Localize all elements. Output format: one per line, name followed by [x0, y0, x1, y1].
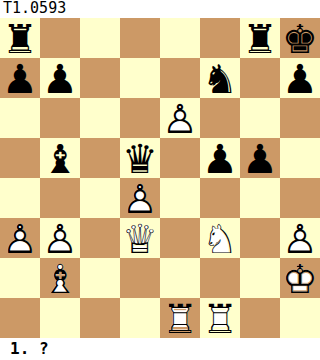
square-d7[interactable] — [120, 58, 160, 98]
white-pawn: ♙ — [280, 218, 320, 258]
white-pawn: ♙ — [40, 218, 80, 258]
square-e6[interactable]: ♟♙ — [160, 98, 200, 138]
square-d5[interactable]: ♛ — [120, 138, 160, 178]
square-f5[interactable]: ♟ — [200, 138, 240, 178]
move-prompt: 1. ? — [0, 338, 320, 360]
black-pawn: ♟ — [40, 58, 80, 98]
square-h2[interactable]: ♚♔ — [280, 258, 320, 298]
square-d2[interactable] — [120, 258, 160, 298]
black-pawn: ♟ — [200, 138, 240, 178]
square-b5[interactable]: ♝ — [40, 138, 80, 178]
black-bishop: ♝ — [40, 138, 80, 178]
square-b4[interactable] — [40, 178, 80, 218]
black-rook: ♜ — [240, 18, 280, 58]
chess-board: ♜♜♚♟♟♞♟♟♙♝♛♟♟♟♙♟♙♟♙♛♕♞♘♟♙♝♗♚♔♜♖♜♖ — [0, 18, 320, 338]
white-king-fill: ♚ — [280, 258, 320, 298]
square-f3[interactable]: ♞♘ — [200, 218, 240, 258]
square-d3[interactable]: ♛♕ — [120, 218, 160, 258]
white-knight: ♘ — [200, 218, 240, 258]
white-pawn-fill: ♟ — [280, 218, 320, 258]
square-c6[interactable] — [80, 98, 120, 138]
white-rook: ♖ — [160, 298, 200, 338]
square-g1[interactable] — [240, 298, 280, 338]
square-e7[interactable] — [160, 58, 200, 98]
square-c3[interactable] — [80, 218, 120, 258]
square-a8[interactable]: ♜ — [0, 18, 40, 58]
square-a5[interactable] — [0, 138, 40, 178]
white-queen: ♕ — [120, 218, 160, 258]
square-g5[interactable]: ♟ — [240, 138, 280, 178]
square-f6[interactable] — [200, 98, 240, 138]
puzzle-id-title: T1.0593 — [0, 0, 320, 18]
square-g4[interactable] — [240, 178, 280, 218]
square-f1[interactable]: ♜♖ — [200, 298, 240, 338]
white-bishop-fill: ♝ — [40, 258, 80, 298]
white-pawn-fill: ♟ — [40, 218, 80, 258]
black-knight: ♞ — [200, 58, 240, 98]
white-rook: ♖ — [200, 298, 240, 338]
square-a3[interactable]: ♟♙ — [0, 218, 40, 258]
black-pawn: ♟ — [280, 58, 320, 98]
square-e3[interactable] — [160, 218, 200, 258]
square-a2[interactable] — [0, 258, 40, 298]
square-e4[interactable] — [160, 178, 200, 218]
square-g2[interactable] — [240, 258, 280, 298]
square-h6[interactable] — [280, 98, 320, 138]
square-a6[interactable] — [0, 98, 40, 138]
white-king: ♔ — [280, 258, 320, 298]
black-queen: ♛ — [120, 138, 160, 178]
square-c5[interactable] — [80, 138, 120, 178]
square-h8[interactable]: ♚ — [280, 18, 320, 58]
square-f8[interactable] — [200, 18, 240, 58]
square-e1[interactable]: ♜♖ — [160, 298, 200, 338]
square-g7[interactable] — [240, 58, 280, 98]
square-e8[interactable] — [160, 18, 200, 58]
white-queen-fill: ♛ — [120, 218, 160, 258]
white-pawn-fill: ♟ — [160, 98, 200, 138]
white-pawn-fill: ♟ — [120, 178, 160, 218]
square-b7[interactable]: ♟ — [40, 58, 80, 98]
square-h4[interactable] — [280, 178, 320, 218]
square-a4[interactable] — [0, 178, 40, 218]
square-f4[interactable] — [200, 178, 240, 218]
square-c8[interactable] — [80, 18, 120, 58]
square-d4[interactable]: ♟♙ — [120, 178, 160, 218]
white-pawn: ♙ — [0, 218, 40, 258]
square-a7[interactable]: ♟ — [0, 58, 40, 98]
square-f2[interactable] — [200, 258, 240, 298]
square-b3[interactable]: ♟♙ — [40, 218, 80, 258]
black-king: ♚ — [280, 18, 320, 58]
square-b2[interactable]: ♝♗ — [40, 258, 80, 298]
square-c7[interactable] — [80, 58, 120, 98]
square-d1[interactable] — [120, 298, 160, 338]
white-rook-fill: ♜ — [200, 298, 240, 338]
white-pawn: ♙ — [120, 178, 160, 218]
square-f7[interactable]: ♞ — [200, 58, 240, 98]
square-e2[interactable] — [160, 258, 200, 298]
square-d8[interactable] — [120, 18, 160, 58]
square-c1[interactable] — [80, 298, 120, 338]
white-knight-fill: ♞ — [200, 218, 240, 258]
white-rook-fill: ♜ — [160, 298, 200, 338]
square-h3[interactable]: ♟♙ — [280, 218, 320, 258]
square-h7[interactable]: ♟ — [280, 58, 320, 98]
black-pawn: ♟ — [240, 138, 280, 178]
square-b6[interactable] — [40, 98, 80, 138]
square-g8[interactable]: ♜ — [240, 18, 280, 58]
square-h5[interactable] — [280, 138, 320, 178]
square-e5[interactable] — [160, 138, 200, 178]
black-pawn: ♟ — [0, 58, 40, 98]
square-d6[interactable] — [120, 98, 160, 138]
black-rook: ♜ — [0, 18, 40, 58]
square-a1[interactable] — [0, 298, 40, 338]
square-h1[interactable] — [280, 298, 320, 338]
square-c4[interactable] — [80, 178, 120, 218]
square-g6[interactable] — [240, 98, 280, 138]
square-g3[interactable] — [240, 218, 280, 258]
white-bishop: ♗ — [40, 258, 80, 298]
square-c2[interactable] — [80, 258, 120, 298]
white-pawn-fill: ♟ — [0, 218, 40, 258]
white-pawn: ♙ — [160, 98, 200, 138]
square-b1[interactable] — [40, 298, 80, 338]
square-b8[interactable] — [40, 18, 80, 58]
